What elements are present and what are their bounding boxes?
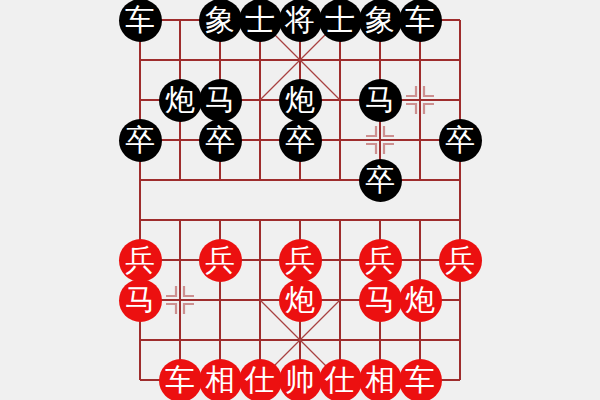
piece-red-advisor[interactable]: 仕 xyxy=(239,359,282,400)
board-point: 象 xyxy=(200,0,240,40)
piece-red-advisor[interactable]: 仕 xyxy=(319,359,362,400)
piece-black-soldier[interactable]: 卒 xyxy=(439,119,482,162)
pieces-layer: 车象士将士象车炮马炮马卒卒卒卒卒兵兵兵兵兵马炮马炮车相仕帅仕相车 xyxy=(120,0,480,400)
board-point: 马 xyxy=(360,280,400,320)
piece-red-horse[interactable]: 马 xyxy=(359,279,402,322)
piece-black-chariot[interactable]: 车 xyxy=(119,0,162,42)
board-point: 马 xyxy=(360,80,400,120)
xiangqi-app: 车象士将士象车炮马炮马卒卒卒卒卒兵兵兵兵兵马炮马炮车相仕帅仕相车 xyxy=(0,0,600,400)
piece-black-elephant[interactable]: 象 xyxy=(359,0,402,42)
board-point: 车 xyxy=(120,0,160,40)
piece-black-cannon[interactable]: 炮 xyxy=(159,79,202,122)
piece-black-general[interactable]: 将 xyxy=(279,0,322,42)
board-point: 卒 xyxy=(200,120,240,160)
board-point: 卒 xyxy=(360,160,400,200)
board-point: 车 xyxy=(400,360,440,400)
board-point: 兵 xyxy=(440,240,480,280)
piece-red-soldier[interactable]: 兵 xyxy=(359,239,402,282)
board-point: 相 xyxy=(200,360,240,400)
piece-black-soldier[interactable]: 卒 xyxy=(119,119,162,162)
piece-red-chariot[interactable]: 车 xyxy=(159,359,202,400)
board-point: 仕 xyxy=(320,360,360,400)
board-point: 士 xyxy=(240,0,280,40)
piece-black-advisor[interactable]: 士 xyxy=(239,0,282,42)
board-point: 马 xyxy=(200,80,240,120)
piece-red-soldier[interactable]: 兵 xyxy=(199,239,242,282)
board-point: 兵 xyxy=(280,240,320,280)
piece-red-cannon[interactable]: 炮 xyxy=(279,279,322,322)
piece-black-chariot[interactable]: 车 xyxy=(399,0,442,42)
piece-black-horse[interactable]: 马 xyxy=(199,79,242,122)
board-point: 炮 xyxy=(280,280,320,320)
piece-red-horse[interactable]: 马 xyxy=(119,279,162,322)
board-point: 兵 xyxy=(120,240,160,280)
board-point: 兵 xyxy=(360,240,400,280)
board-point: 马 xyxy=(120,280,160,320)
piece-red-soldier[interactable]: 兵 xyxy=(279,239,322,282)
piece-red-chariot[interactable]: 车 xyxy=(399,359,442,400)
board-point: 炮 xyxy=(400,280,440,320)
board-point: 象 xyxy=(360,0,400,40)
board-point: 士 xyxy=(320,0,360,40)
board-point: 将 xyxy=(280,0,320,40)
piece-black-soldier[interactable]: 卒 xyxy=(279,119,322,162)
piece-black-soldier[interactable]: 卒 xyxy=(359,159,402,202)
board-point: 炮 xyxy=(160,80,200,120)
board-point: 炮 xyxy=(280,80,320,120)
piece-black-elephant[interactable]: 象 xyxy=(199,0,242,42)
board-point: 车 xyxy=(400,0,440,40)
piece-red-cannon[interactable]: 炮 xyxy=(399,279,442,322)
piece-red-general[interactable]: 帅 xyxy=(279,359,322,400)
board-point: 卒 xyxy=(440,120,480,160)
board-point: 卒 xyxy=(280,120,320,160)
piece-black-soldier[interactable]: 卒 xyxy=(199,119,242,162)
piece-red-elephant[interactable]: 相 xyxy=(359,359,402,400)
piece-black-horse[interactable]: 马 xyxy=(359,79,402,122)
piece-red-soldier[interactable]: 兵 xyxy=(119,239,162,282)
board-point: 仕 xyxy=(240,360,280,400)
piece-red-elephant[interactable]: 相 xyxy=(199,359,242,400)
board-point: 相 xyxy=(360,360,400,400)
board-point: 帅 xyxy=(280,360,320,400)
board-point: 兵 xyxy=(200,240,240,280)
board-point: 卒 xyxy=(120,120,160,160)
piece-black-advisor[interactable]: 士 xyxy=(319,0,362,42)
board-point: 车 xyxy=(160,360,200,400)
piece-red-soldier[interactable]: 兵 xyxy=(439,239,482,282)
piece-black-cannon[interactable]: 炮 xyxy=(279,79,322,122)
